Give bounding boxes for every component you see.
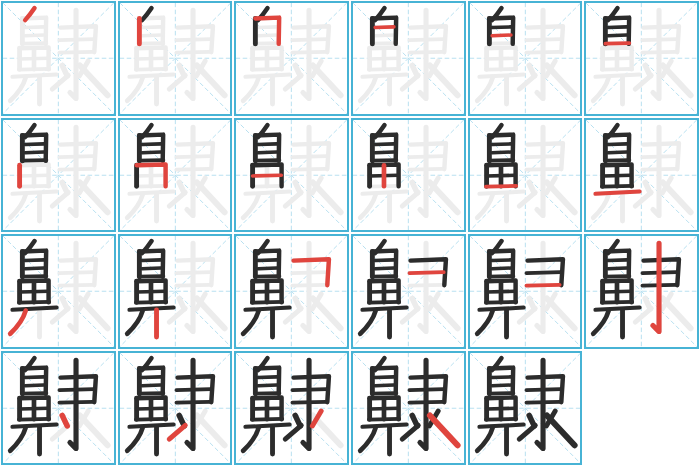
- stroke-diagram-step-18: [586, 236, 697, 347]
- current-stroke-13: [10, 311, 25, 334]
- template-stroke-6: [489, 43, 513, 44]
- stroke-step-cell-22: [351, 351, 466, 466]
- done-stroke-20: [519, 425, 535, 439]
- template-stroke-22: [80, 298, 108, 328]
- done-stroke-4: [492, 260, 511, 261]
- done-stroke-4: [142, 376, 161, 377]
- template-stroke-6: [139, 43, 163, 44]
- done-stroke-13: [244, 311, 259, 334]
- template-stroke-18: [537, 127, 543, 215]
- template-stroke-20: [169, 308, 185, 322]
- stroke-step-cell-7: [1, 118, 116, 233]
- template-stroke-12: [479, 191, 523, 193]
- template-stroke-11: [369, 69, 399, 70]
- stroke-step-cell-5: [468, 1, 583, 116]
- done-stroke-5: [258, 268, 277, 269]
- template-stroke-18: [187, 243, 193, 331]
- done-stroke-13: [360, 311, 375, 334]
- done-stroke-6: [139, 276, 163, 277]
- stroke-step-cell-16: [351, 234, 466, 349]
- done-stroke-18: [303, 360, 309, 448]
- current-stroke-12: [596, 191, 640, 193]
- template-stroke-12: [362, 75, 406, 77]
- done-stroke-4: [142, 143, 161, 144]
- template-stroke-11: [252, 185, 282, 186]
- done-stroke-5: [258, 385, 277, 386]
- template-stroke-13: [127, 78, 142, 101]
- done-stroke-18: [420, 360, 426, 448]
- done-stroke-6: [139, 393, 163, 394]
- done-stroke-11: [136, 302, 166, 303]
- current-stroke-17: [526, 285, 559, 286]
- template-stroke-22: [663, 182, 691, 212]
- template-stroke-4: [25, 27, 44, 28]
- done-stroke-11: [136, 418, 166, 419]
- done-stroke-11: [369, 302, 399, 303]
- stroke-diagram-step-16: [353, 236, 464, 347]
- stroke-step-cell-21: [234, 351, 349, 466]
- template-stroke-20: [52, 192, 68, 206]
- done-stroke-12: [246, 308, 290, 310]
- current-stroke-18: [653, 243, 659, 331]
- done-stroke-5: [142, 268, 161, 269]
- template-stroke-6: [372, 43, 396, 44]
- stroke-step-cell-4: [351, 1, 466, 116]
- template-stroke-13: [477, 194, 492, 217]
- stroke-diagram-step-9: [236, 120, 347, 231]
- done-stroke-18: [537, 360, 543, 448]
- done-stroke-18: [187, 360, 193, 448]
- done-stroke-6: [256, 160, 280, 161]
- template-stroke-6: [256, 43, 280, 44]
- current-stroke-19: [62, 415, 67, 425]
- stroke-diagram-step-17: [470, 236, 581, 347]
- stroke-step-cell-1: [1, 1, 116, 116]
- stroke-diagram-step-23: [470, 353, 581, 464]
- template-stroke-18: [420, 10, 426, 98]
- stroke-diagram-step-7: [3, 120, 114, 231]
- done-stroke-4: [258, 143, 277, 144]
- template-stroke-20: [402, 75, 418, 89]
- done-stroke-4: [608, 27, 627, 28]
- stroke-step-cell-15: [234, 234, 349, 349]
- template-stroke-22: [547, 65, 575, 95]
- template-stroke-12: [129, 75, 173, 77]
- current-stroke-9: [253, 175, 282, 176]
- template-stroke-13: [10, 78, 25, 101]
- stroke-diagram-step-14: [120, 236, 231, 347]
- done-stroke-5: [608, 35, 627, 36]
- stroke-diagram-step-1: [3, 3, 114, 114]
- done-stroke-6: [139, 160, 163, 161]
- done-stroke-12: [129, 308, 173, 310]
- done-stroke-5: [25, 152, 44, 153]
- template-stroke-20: [636, 308, 652, 322]
- done-stroke-13: [477, 427, 492, 450]
- template-stroke-12: [596, 75, 640, 77]
- stroke-step-cell-9: [234, 118, 349, 233]
- template-stroke-20: [519, 308, 535, 322]
- template-stroke-18: [653, 127, 659, 215]
- template-stroke-12: [246, 191, 290, 193]
- template-stroke-22: [430, 65, 458, 95]
- current-stroke-11: [486, 185, 516, 186]
- done-stroke-5: [492, 385, 511, 386]
- stroke-diagram-step-2: [120, 3, 231, 114]
- done-stroke-12: [129, 424, 173, 426]
- done-stroke-20: [286, 425, 302, 439]
- done-stroke-5: [25, 268, 44, 269]
- template-stroke-22: [313, 65, 341, 95]
- template-stroke-22: [430, 298, 458, 328]
- stroke-step-cell-3: [234, 1, 349, 116]
- template-stroke-18: [420, 243, 426, 331]
- done-stroke-13: [127, 427, 142, 450]
- done-stroke-6: [22, 393, 46, 394]
- done-stroke-11: [602, 185, 632, 186]
- stroke-diagram-step-3: [236, 3, 347, 114]
- done-stroke-13: [594, 311, 609, 334]
- done-stroke-12: [362, 424, 406, 426]
- done-stroke-4: [258, 376, 277, 377]
- current-stroke-22: [430, 415, 458, 445]
- stroke-diagram-step-22: [353, 353, 464, 464]
- done-stroke-12: [479, 308, 523, 310]
- stroke-step-cell-19: [1, 351, 116, 466]
- current-stroke-5: [492, 35, 511, 36]
- template-stroke-18: [420, 127, 426, 215]
- template-stroke-22: [197, 65, 225, 95]
- done-stroke-5: [375, 385, 394, 386]
- done-stroke-22: [547, 415, 575, 445]
- template-stroke-18: [70, 243, 76, 331]
- done-stroke-6: [489, 276, 513, 277]
- template-stroke-5: [375, 35, 394, 36]
- template-stroke-13: [244, 194, 259, 217]
- done-stroke-5: [142, 385, 161, 386]
- done-stroke-5: [375, 152, 394, 153]
- stroke-diagram-step-6: [586, 3, 697, 114]
- stroke-diagram-step-13: [3, 236, 114, 347]
- done-stroke-4: [375, 143, 394, 144]
- template-stroke-12: [362, 191, 406, 193]
- done-stroke-4: [25, 376, 44, 377]
- template-stroke-12: [12, 191, 56, 193]
- stroke-diagram-step-10: [353, 120, 464, 231]
- stroke-step-cell-2: [118, 1, 233, 116]
- stroke-diagram-step-19: [3, 353, 114, 464]
- done-stroke-6: [22, 160, 46, 161]
- done-stroke-20: [402, 425, 418, 439]
- template-stroke-20: [519, 192, 535, 206]
- stroke-step-cell-13: [1, 234, 116, 349]
- done-stroke-11: [486, 302, 516, 303]
- done-stroke-13: [10, 427, 25, 450]
- template-stroke-13: [594, 194, 609, 217]
- done-stroke-12: [12, 424, 56, 426]
- done-stroke-13: [127, 311, 142, 334]
- done-stroke-6: [256, 393, 280, 394]
- template-stroke-5: [142, 35, 161, 36]
- template-stroke-11: [136, 69, 166, 70]
- template-stroke-12: [129, 191, 173, 193]
- template-stroke-18: [303, 127, 309, 215]
- template-stroke-20: [286, 75, 302, 89]
- template-stroke-18: [187, 127, 193, 215]
- template-stroke-22: [663, 65, 691, 95]
- stroke-step-cell-14: [118, 234, 233, 349]
- template-stroke-18: [187, 10, 193, 98]
- current-stroke-4: [375, 27, 394, 28]
- template-stroke-11: [486, 69, 516, 70]
- stroke-step-cell-18: [584, 234, 699, 349]
- done-stroke-4: [492, 27, 511, 28]
- stroke-step-cell-20: [118, 351, 233, 466]
- done-stroke-6: [22, 276, 46, 277]
- template-stroke-22: [197, 415, 225, 445]
- template-stroke-20: [519, 75, 535, 89]
- template-stroke-6: [22, 43, 46, 44]
- done-stroke-5: [492, 152, 511, 153]
- stroke-step-cell-6: [584, 1, 699, 116]
- template-stroke-18: [70, 10, 76, 98]
- done-stroke-5: [608, 152, 627, 153]
- done-stroke-11: [602, 302, 632, 303]
- template-stroke-22: [80, 182, 108, 212]
- template-stroke-22: [663, 298, 691, 328]
- stroke-diagram-step-11: [470, 120, 581, 231]
- template-stroke-4: [142, 27, 161, 28]
- template-stroke-12: [479, 75, 523, 77]
- template-stroke-18: [537, 243, 543, 331]
- template-stroke-18: [70, 127, 76, 215]
- done-stroke-4: [492, 143, 511, 144]
- done-stroke-18: [70, 360, 76, 448]
- done-stroke-13: [244, 427, 259, 450]
- done-stroke-5: [25, 385, 44, 386]
- template-stroke-5: [25, 35, 44, 36]
- template-stroke-20: [52, 308, 68, 322]
- done-stroke-11: [486, 418, 516, 419]
- template-stroke-13: [360, 78, 375, 101]
- template-stroke-22: [313, 182, 341, 212]
- template-stroke-20: [636, 192, 652, 206]
- template-stroke-12: [246, 75, 290, 77]
- stroke-diagram-step-8: [120, 120, 231, 231]
- template-stroke-13: [360, 194, 375, 217]
- template-stroke-11: [602, 69, 632, 70]
- stroke-diagram-step-4: [353, 3, 464, 114]
- template-stroke-13: [594, 78, 609, 101]
- template-stroke-18: [653, 10, 659, 98]
- done-stroke-5: [142, 152, 161, 153]
- template-stroke-11: [252, 69, 282, 70]
- done-stroke-12: [479, 424, 523, 426]
- template-stroke-13: [127, 194, 142, 217]
- template-stroke-22: [547, 298, 575, 328]
- stroke-diagram-step-21: [236, 353, 347, 464]
- done-stroke-4: [258, 260, 277, 261]
- template-stroke-18: [303, 10, 309, 98]
- done-stroke-4: [375, 260, 394, 261]
- template-stroke-20: [402, 308, 418, 322]
- stroke-step-cell-10: [351, 118, 466, 233]
- template-stroke-13: [10, 194, 25, 217]
- template-stroke-20: [636, 75, 652, 89]
- done-stroke-11: [369, 418, 399, 419]
- template-stroke-22: [80, 415, 108, 445]
- template-stroke-22: [547, 182, 575, 212]
- stroke-step-cell-8: [118, 118, 233, 233]
- template-stroke-20: [169, 192, 185, 206]
- done-stroke-5: [608, 268, 627, 269]
- done-stroke-11: [252, 418, 282, 419]
- done-stroke-11: [19, 302, 49, 303]
- template-stroke-20: [169, 75, 185, 89]
- stroke-step-cell-17: [468, 234, 583, 349]
- done-stroke-6: [606, 276, 630, 277]
- done-stroke-13: [477, 311, 492, 334]
- template-stroke-22: [197, 182, 225, 212]
- done-stroke-6: [372, 276, 396, 277]
- done-stroke-13: [360, 427, 375, 450]
- template-stroke-11: [19, 185, 49, 186]
- template-stroke-18: [303, 243, 309, 331]
- template-stroke-13: [477, 78, 492, 101]
- done-stroke-6: [606, 160, 630, 161]
- template-stroke-20: [286, 192, 302, 206]
- done-stroke-5: [375, 268, 394, 269]
- done-stroke-4: [142, 260, 161, 261]
- template-stroke-18: [537, 10, 543, 98]
- done-stroke-6: [372, 160, 396, 161]
- stroke-step-cell-12: [584, 118, 699, 233]
- stroke-diagram-step-12: [586, 120, 697, 231]
- done-stroke-4: [25, 260, 44, 261]
- done-stroke-12: [362, 308, 406, 310]
- template-stroke-22: [80, 65, 108, 95]
- template-stroke-11: [136, 185, 166, 186]
- template-stroke-11: [19, 69, 49, 70]
- done-stroke-4: [492, 376, 511, 377]
- stroke-order-grid: [0, 0, 700, 466]
- stroke-diagram-step-5: [470, 3, 581, 114]
- template-stroke-20: [286, 308, 302, 322]
- template-stroke-12: [12, 75, 56, 77]
- template-stroke-22: [197, 298, 225, 328]
- done-stroke-11: [19, 418, 49, 419]
- done-stroke-5: [492, 268, 511, 269]
- template-stroke-13: [244, 78, 259, 101]
- template-stroke-4: [258, 27, 277, 28]
- current-stroke-16: [409, 272, 443, 273]
- done-stroke-6: [489, 393, 513, 394]
- done-stroke-11: [252, 302, 282, 303]
- done-stroke-4: [608, 260, 627, 261]
- current-stroke-6: [606, 43, 630, 44]
- stroke-diagram-step-20: [120, 353, 231, 464]
- stroke-step-cell-23: [468, 351, 583, 466]
- done-stroke-4: [608, 143, 627, 144]
- template-stroke-20: [52, 75, 68, 89]
- done-stroke-5: [258, 152, 277, 153]
- done-stroke-12: [246, 424, 290, 426]
- template-stroke-5: [258, 35, 277, 36]
- stroke-diagram-step-15: [236, 236, 347, 347]
- done-stroke-4: [375, 376, 394, 377]
- done-stroke-12: [12, 308, 56, 310]
- done-stroke-6: [256, 276, 280, 277]
- stroke-step-cell-11: [468, 118, 583, 233]
- done-stroke-4: [25, 143, 44, 144]
- done-stroke-16: [526, 272, 560, 273]
- template-stroke-20: [402, 192, 418, 206]
- done-stroke-12: [596, 308, 640, 310]
- template-stroke-22: [313, 298, 341, 328]
- template-stroke-22: [430, 182, 458, 212]
- current-stroke-20: [169, 425, 185, 439]
- done-stroke-6: [372, 393, 396, 394]
- done-stroke-6: [489, 160, 513, 161]
